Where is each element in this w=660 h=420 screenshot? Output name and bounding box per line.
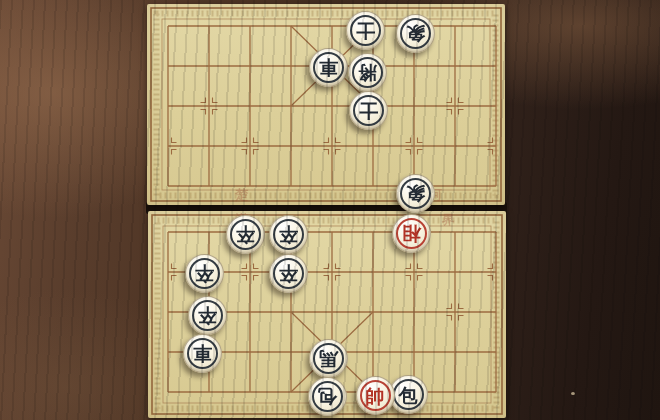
piece-black-cannon[interactable]: 包 — [308, 377, 347, 416]
piece-black-elephant[interactable]: 象 — [396, 14, 435, 53]
piece-black-advisor[interactable]: 士 — [349, 91, 388, 130]
piece-character: 象 — [406, 183, 425, 202]
piece-character: 象 — [406, 23, 425, 42]
piece-character: 卒 — [195, 263, 214, 282]
piece-character: 馬 — [319, 348, 338, 367]
piece-black-advisor[interactable]: 士 — [346, 11, 385, 50]
piece-character: 卒 — [236, 224, 255, 243]
dust-speck — [571, 392, 575, 395]
piece-character: 相 — [402, 223, 421, 242]
piece-black-soldier[interactable]: 卒 — [185, 254, 224, 293]
piece-black-soldier[interactable]: 卒 — [269, 215, 308, 254]
piece-black-horse[interactable]: 馬 — [309, 339, 348, 378]
piece-character: 車 — [319, 57, 338, 76]
pieces-layer: 士象車將士象相卒卒卒卒卒車馬包帥包 — [0, 0, 660, 420]
piece-character: 卒 — [279, 224, 298, 243]
piece-red-elephant[interactable]: 相 — [392, 214, 431, 253]
piece-black-soldier[interactable]: 卒 — [269, 254, 308, 293]
piece-character: 包 — [399, 385, 418, 404]
piece-black-chariot[interactable]: 車 — [309, 48, 348, 87]
piece-character: 車 — [193, 343, 212, 362]
piece-character: 卒 — [279, 263, 298, 282]
piece-black-soldier[interactable]: 卒 — [226, 215, 265, 254]
table-surface: 楚 河 漢 界 士象車將士象相卒卒卒卒卒車馬包帥包 — [0, 0, 660, 420]
piece-character: 帥 — [366, 386, 385, 405]
piece-character: 士 — [356, 20, 375, 39]
piece-black-general[interactable]: 將 — [348, 53, 387, 92]
piece-black-elephant[interactable]: 象 — [396, 174, 435, 213]
piece-character: 將 — [358, 62, 377, 81]
piece-character: 卒 — [198, 305, 217, 324]
piece-character: 包 — [318, 386, 337, 405]
piece-black-soldier[interactable]: 卒 — [188, 296, 227, 335]
piece-character: 士 — [359, 100, 378, 119]
piece-black-chariot[interactable]: 車 — [183, 334, 222, 373]
piece-red-general[interactable]: 帥 — [356, 376, 395, 415]
